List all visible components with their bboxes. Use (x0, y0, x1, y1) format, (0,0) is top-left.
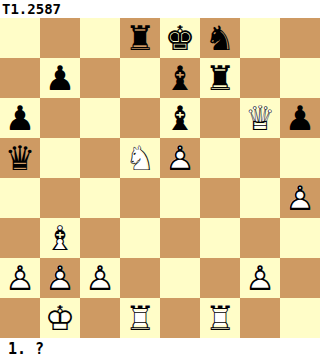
square-c5[interactable] (80, 138, 120, 178)
piece-outline: ♙ (240, 258, 280, 298)
square-h1[interactable] (280, 298, 320, 338)
square-g7[interactable] (240, 58, 280, 98)
square-c4[interactable] (80, 178, 120, 218)
white-knight-icon[interactable]: ♞♘ (120, 138, 160, 178)
white-pawn-icon[interactable]: ♟♙ (0, 258, 40, 298)
square-b1[interactable]: ♚♔ (40, 298, 80, 338)
square-g6[interactable]: ♛♕ (240, 98, 280, 138)
square-b6[interactable] (40, 98, 80, 138)
square-d6[interactable] (120, 98, 160, 138)
square-g5[interactable] (240, 138, 280, 178)
square-g2[interactable]: ♟♙ (240, 258, 280, 298)
square-h4[interactable]: ♟♙ (280, 178, 320, 218)
square-a3[interactable] (0, 218, 40, 258)
square-b8[interactable] (40, 18, 80, 58)
square-a2[interactable]: ♟♙ (0, 258, 40, 298)
square-a5[interactable]: ♛ (0, 138, 40, 178)
piece-glyph: ♝ (160, 58, 200, 98)
square-d8[interactable]: ♜ (120, 18, 160, 58)
chess-board: ♜♚♞♟♝♜♟♝♛♕♟♛♞♘♟♙♟♙♝♗♟♙♟♙♟♙♟♙♚♔♜♖♜♖ (0, 18, 320, 338)
square-c7[interactable] (80, 58, 120, 98)
square-f6[interactable] (200, 98, 240, 138)
square-a4[interactable] (0, 178, 40, 218)
black-pawn-icon[interactable]: ♟ (40, 58, 80, 98)
piece-outline: ♙ (280, 178, 320, 218)
black-pawn-icon[interactable]: ♟ (280, 98, 320, 138)
square-c6[interactable] (80, 98, 120, 138)
square-e1[interactable] (160, 298, 200, 338)
square-h6[interactable]: ♟ (280, 98, 320, 138)
square-g3[interactable] (240, 218, 280, 258)
square-f7[interactable]: ♜ (200, 58, 240, 98)
piece-outline: ♙ (160, 138, 200, 178)
piece-outline: ♗ (40, 218, 80, 258)
square-d7[interactable] (120, 58, 160, 98)
square-f4[interactable] (200, 178, 240, 218)
white-pawn-icon[interactable]: ♟♙ (280, 178, 320, 218)
square-e6[interactable]: ♝ (160, 98, 200, 138)
square-d4[interactable] (120, 178, 160, 218)
black-queen-icon[interactable]: ♛ (0, 138, 40, 178)
square-h3[interactable] (280, 218, 320, 258)
white-rook-icon[interactable]: ♜♖ (200, 298, 240, 338)
piece-outline: ♖ (120, 298, 160, 338)
white-king-icon[interactable]: ♚♔ (40, 298, 80, 338)
square-d2[interactable] (120, 258, 160, 298)
white-pawn-icon[interactable]: ♟♙ (240, 258, 280, 298)
white-pawn-icon[interactable]: ♟♙ (160, 138, 200, 178)
piece-glyph: ♛ (0, 138, 40, 178)
square-f3[interactable] (200, 218, 240, 258)
square-f2[interactable] (200, 258, 240, 298)
piece-glyph: ♟ (280, 98, 320, 138)
square-a7[interactable] (0, 58, 40, 98)
black-bishop-icon[interactable]: ♝ (160, 98, 200, 138)
square-h2[interactable] (280, 258, 320, 298)
square-c3[interactable] (80, 218, 120, 258)
black-king-icon[interactable]: ♚ (160, 18, 200, 58)
black-rook-icon[interactable]: ♜ (120, 18, 160, 58)
white-rook-icon[interactable]: ♜♖ (120, 298, 160, 338)
square-d5[interactable]: ♞♘ (120, 138, 160, 178)
square-h8[interactable] (280, 18, 320, 58)
square-c2[interactable]: ♟♙ (80, 258, 120, 298)
puzzle-title: T1.2587 (0, 0, 320, 18)
move-prompt: 1. ? (0, 338, 320, 360)
square-e8[interactable]: ♚ (160, 18, 200, 58)
square-a1[interactable] (0, 298, 40, 338)
piece-outline: ♘ (120, 138, 160, 178)
black-knight-icon[interactable]: ♞ (200, 18, 240, 58)
square-a8[interactable] (0, 18, 40, 58)
piece-outline: ♙ (40, 258, 80, 298)
piece-outline: ♖ (200, 298, 240, 338)
square-a6[interactable]: ♟ (0, 98, 40, 138)
square-b3[interactable]: ♝♗ (40, 218, 80, 258)
square-f1[interactable]: ♜♖ (200, 298, 240, 338)
square-h5[interactable] (280, 138, 320, 178)
square-f8[interactable]: ♞ (200, 18, 240, 58)
piece-glyph: ♟ (40, 58, 80, 98)
square-g4[interactable] (240, 178, 280, 218)
black-bishop-icon[interactable]: ♝ (160, 58, 200, 98)
square-b5[interactable] (40, 138, 80, 178)
piece-glyph: ♟ (0, 98, 40, 138)
piece-outline: ♙ (0, 258, 40, 298)
white-queen-icon[interactable]: ♛♕ (240, 98, 280, 138)
square-b7[interactable]: ♟ (40, 58, 80, 98)
square-d1[interactable]: ♜♖ (120, 298, 160, 338)
white-pawn-icon[interactable]: ♟♙ (40, 258, 80, 298)
square-e4[interactable] (160, 178, 200, 218)
piece-outline: ♕ (240, 98, 280, 138)
piece-outline: ♔ (40, 298, 80, 338)
square-g8[interactable] (240, 18, 280, 58)
square-d3[interactable] (120, 218, 160, 258)
square-c1[interactable] (80, 298, 120, 338)
square-h7[interactable] (280, 58, 320, 98)
piece-glyph: ♝ (160, 98, 200, 138)
black-rook-icon[interactable]: ♜ (200, 58, 240, 98)
square-b4[interactable] (40, 178, 80, 218)
square-e3[interactable] (160, 218, 200, 258)
piece-glyph: ♚ (160, 18, 200, 58)
piece-glyph: ♜ (120, 18, 160, 58)
square-e7[interactable]: ♝ (160, 58, 200, 98)
square-g1[interactable] (240, 298, 280, 338)
square-c8[interactable] (80, 18, 120, 58)
white-bishop-icon[interactable]: ♝♗ (40, 218, 80, 258)
white-pawn-icon[interactable]: ♟♙ (80, 258, 120, 298)
piece-outline: ♙ (80, 258, 120, 298)
square-f5[interactable] (200, 138, 240, 178)
square-b2[interactable]: ♟♙ (40, 258, 80, 298)
black-pawn-icon[interactable]: ♟ (0, 98, 40, 138)
square-e2[interactable] (160, 258, 200, 298)
square-e5[interactable]: ♟♙ (160, 138, 200, 178)
piece-glyph: ♜ (200, 58, 240, 98)
piece-glyph: ♞ (200, 18, 240, 58)
